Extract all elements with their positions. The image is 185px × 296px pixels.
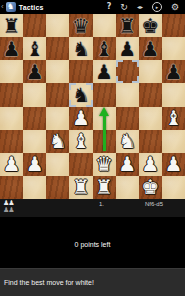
white-bishop: ♝ (162, 107, 185, 130)
app-screen: ‹ ♞ Tactics ? ↻ ◂▸ ▸ ⚙ ♜♛♜♚♟♝♞♝♟♟♟♟♟♞♟♝♞… (0, 0, 185, 296)
white-queen: ♛ (93, 153, 116, 176)
square-c7[interactable] (46, 37, 69, 60)
task-prompt-bar: Find the best move for white! (0, 268, 185, 296)
square-a6[interactable] (0, 60, 23, 83)
app-icon[interactable]: ♞ (6, 2, 16, 12)
black-pawn: ♟ (23, 60, 46, 83)
square-h5[interactable] (162, 83, 185, 106)
move-number: 1. (99, 201, 104, 207)
black-knight: ♞ (69, 83, 92, 106)
square-b4[interactable] (23, 107, 46, 130)
square-a1[interactable] (0, 176, 23, 199)
square-e4[interactable] (93, 107, 116, 130)
square-d5[interactable]: ♞ (69, 83, 92, 106)
square-b5[interactable] (23, 83, 46, 106)
help-icon[interactable]: ? (107, 0, 112, 14)
action-buttons: ? ↻ ◂▸ ▸ ⚙ (107, 0, 185, 14)
square-g6[interactable] (139, 60, 162, 83)
black-bishop: ♝ (93, 37, 116, 60)
chess-board[interactable]: ♜♛♜♚♟♝♞♝♟♟♟♟♟♞♟♝♞♝♞♟♟♛♟♟♟♜♜♚ (0, 14, 185, 199)
square-c2[interactable] (46, 153, 69, 176)
white-knight: ♞ (46, 130, 69, 153)
square-f8[interactable]: ♜ (116, 14, 139, 37)
square-a4[interactable] (0, 107, 23, 130)
square-g4[interactable] (139, 107, 162, 130)
black-pawn: ♟ (0, 37, 23, 60)
square-g8[interactable]: ♚ (139, 14, 162, 37)
square-h3[interactable] (162, 130, 185, 153)
back-chevron-icon[interactable]: ‹ (1, 0, 4, 14)
square-f2[interactable]: ♟ (116, 153, 139, 176)
white-pawn: ♟ (116, 153, 139, 176)
square-b8[interactable] (23, 14, 46, 37)
white-rook: ♜ (69, 176, 92, 199)
square-a3[interactable] (0, 130, 23, 153)
square-f1[interactable] (116, 176, 139, 199)
white-pawn: ♟ (162, 153, 185, 176)
square-f6[interactable] (116, 60, 139, 83)
square-c5[interactable] (46, 83, 69, 106)
captured-pieces-tray: ♟♟ ♟♟ (3, 200, 14, 214)
square-d7[interactable]: ♞ (69, 37, 92, 60)
white-pawn: ♟ (23, 153, 46, 176)
settings-icon[interactable]: ⚙ (171, 0, 179, 14)
black-king: ♚ (139, 14, 162, 37)
square-a7[interactable]: ♟ (0, 37, 23, 60)
play-triangle-icon: ▸ (156, 3, 159, 11)
play-icon[interactable]: ▸ (152, 2, 162, 12)
captured-black-pawns: ♟♟ (3, 207, 14, 214)
square-g7[interactable]: ♟ (139, 37, 162, 60)
square-h7[interactable] (162, 37, 185, 60)
square-c4[interactable] (46, 107, 69, 130)
white-knight: ♞ (116, 130, 139, 153)
square-e7[interactable]: ♝ (93, 37, 116, 60)
square-b2[interactable]: ♟ (23, 153, 46, 176)
square-h1[interactable] (162, 176, 185, 199)
app-title: Tactics (19, 4, 44, 11)
white-rook: ♜ (93, 176, 116, 199)
square-d1[interactable]: ♜ (69, 176, 92, 199)
white-pawn: ♟ (69, 107, 92, 130)
black-rook: ♜ (116, 14, 139, 37)
square-f4[interactable] (116, 107, 139, 130)
square-d2[interactable] (69, 153, 92, 176)
top-bar: ‹ ♞ Tactics ? ↻ ◂▸ ▸ ⚙ (0, 0, 185, 14)
restart-icon[interactable]: ↻ (120, 0, 128, 14)
square-a5[interactable] (0, 83, 23, 106)
square-g2[interactable]: ♟ (139, 153, 162, 176)
black-knight: ♞ (69, 37, 92, 60)
square-e5[interactable] (93, 83, 116, 106)
black-pawn: ♟ (139, 37, 162, 60)
square-e8[interactable] (93, 14, 116, 37)
white-pawn: ♟ (0, 153, 23, 176)
square-b1[interactable] (23, 176, 46, 199)
square-f7[interactable]: ♟ (116, 37, 139, 60)
square-c1[interactable] (46, 176, 69, 199)
square-d3[interactable]: ♝ (69, 130, 92, 153)
square-f5[interactable] (116, 83, 139, 106)
black-bishop: ♝ (23, 37, 46, 60)
square-e1[interactable]: ♜ (93, 176, 116, 199)
square-h8[interactable] (162, 14, 185, 37)
square-a2[interactable]: ♟ (0, 153, 23, 176)
black-pawn: ♟ (93, 60, 116, 83)
white-king: ♚ (139, 176, 162, 199)
square-c6[interactable] (46, 60, 69, 83)
square-d6[interactable] (69, 60, 92, 83)
square-d8[interactable]: ♛ (69, 14, 92, 37)
moves-icon[interactable]: ◂▸ (137, 0, 143, 14)
square-g5[interactable] (139, 83, 162, 106)
square-b6[interactable]: ♟ (23, 60, 46, 83)
square-e2[interactable]: ♛ (93, 153, 116, 176)
black-rook: ♜ (0, 14, 23, 37)
square-e3[interactable] (93, 130, 116, 153)
square-c8[interactable] (46, 14, 69, 37)
move-strip: ♟♟ ♟♟ 1. Nf6-d5 (0, 199, 185, 217)
square-c3[interactable]: ♞ (46, 130, 69, 153)
square-g1[interactable]: ♚ (139, 176, 162, 199)
square-h4[interactable]: ♝ (162, 107, 185, 130)
square-h2[interactable]: ♟ (162, 153, 185, 176)
last-move-notation: Nf6-d5 (145, 201, 163, 207)
square-e6[interactable]: ♟ (93, 60, 116, 83)
square-g3[interactable] (139, 130, 162, 153)
square-f3[interactable]: ♞ (116, 130, 139, 153)
square-b7[interactable]: ♝ (23, 37, 46, 60)
white-bishop: ♝ (69, 130, 92, 153)
black-pawn: ♟ (116, 37, 139, 60)
black-pawn: ♟ (162, 60, 185, 83)
square-h6[interactable]: ♟ (162, 60, 185, 83)
square-b3[interactable] (23, 130, 46, 153)
white-pawn: ♟ (139, 153, 162, 176)
black-queen: ♛ (69, 14, 92, 37)
square-d4[interactable]: ♟ (69, 107, 92, 130)
points-left-label: 0 points left (0, 241, 185, 248)
square-a8[interactable]: ♜ (0, 14, 23, 37)
